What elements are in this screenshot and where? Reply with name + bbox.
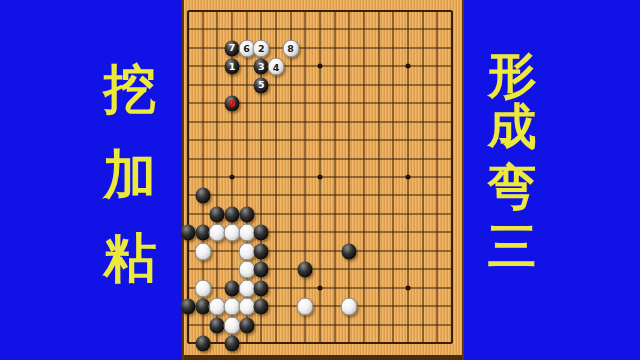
white-stone-F17: 2 — [253, 39, 270, 57]
grid-line-vertical — [364, 11, 365, 343]
grid-line-vertical — [378, 11, 379, 343]
white-stone-E3 — [238, 298, 255, 316]
grid-line-vertical — [451, 11, 453, 343]
go-lesson-thumbnail[interactable]: 挖 加 粘 形 成 弯 三 762813459 — [0, 0, 640, 360]
black-stone-A3 — [181, 299, 196, 315]
star-point — [318, 285, 323, 290]
white-stone-D2 — [224, 316, 241, 334]
black-stone-J5 — [298, 262, 313, 278]
left-caption-char-3: 粘 — [102, 231, 158, 284]
black-stone-B1 — [195, 335, 210, 351]
move-number-label: 2 — [254, 40, 269, 56]
star-point — [230, 175, 235, 180]
white-stone-B4 — [194, 279, 211, 297]
white-stone-E4 — [238, 279, 255, 297]
grid-line-vertical — [349, 11, 350, 343]
white-stone-E7 — [238, 224, 255, 242]
black-stone-M6 — [342, 243, 357, 259]
black-stone-D8 — [225, 206, 240, 222]
white-stone-J3 — [297, 298, 314, 316]
black-stone-D1 — [225, 335, 240, 351]
left-caption-char-1: 挖 — [102, 62, 158, 115]
star-point — [318, 64, 323, 69]
black-stone-E8 — [239, 206, 254, 222]
black-stone-E2 — [239, 317, 254, 333]
grid-line-vertical — [393, 11, 394, 343]
move-number-label: 9 — [225, 96, 240, 112]
white-stone-E5 — [238, 261, 255, 279]
black-stone-C8 — [210, 206, 225, 222]
move-number-label: 5 — [254, 77, 269, 93]
black-stone-F6 — [254, 243, 269, 259]
move-number-label: 1 — [225, 59, 240, 75]
right-caption-char-1: 形 — [486, 51, 538, 100]
move-number-label: 4 — [269, 59, 284, 75]
black-stone-A7 — [181, 225, 196, 241]
grid-line-horizontal — [188, 250, 452, 251]
left-caption-char-2: 加 — [102, 148, 158, 201]
white-stone-E6 — [238, 242, 255, 260]
grid-line-horizontal — [188, 269, 452, 270]
move-number-label: 8 — [283, 40, 298, 56]
white-stone-M3 — [341, 298, 358, 316]
grid-line-horizontal — [188, 195, 452, 196]
right-caption-char-2: 成 — [486, 102, 538, 151]
black-stone-F4 — [254, 280, 269, 296]
right-caption-char-4: 三 — [486, 222, 538, 271]
grid-line-vertical — [334, 11, 335, 343]
white-stone-G16: 4 — [268, 58, 285, 76]
star-point — [406, 64, 411, 69]
black-stone-B9 — [195, 188, 210, 204]
black-stone-F3 — [254, 299, 269, 315]
star-point — [318, 175, 323, 180]
white-stone-H17: 8 — [282, 39, 299, 57]
star-point — [406, 285, 411, 290]
go-board-grid: 762813459 — [188, 11, 452, 343]
black-stone-F15: 5 — [254, 77, 269, 93]
grid-line-vertical — [422, 11, 423, 343]
black-stone-F7 — [254, 225, 269, 241]
black-stone-D14: 9 — [225, 96, 240, 112]
black-stone-D16: 1 — [225, 59, 240, 75]
board-bottom-edge — [184, 355, 462, 360]
white-stone-B6 — [194, 242, 211, 260]
grid-line-vertical — [437, 11, 438, 343]
black-stone-F5 — [254, 262, 269, 278]
go-board: 762813459 — [182, 0, 464, 360]
right-caption-char-3: 弯 — [486, 163, 538, 212]
star-point — [406, 175, 411, 180]
